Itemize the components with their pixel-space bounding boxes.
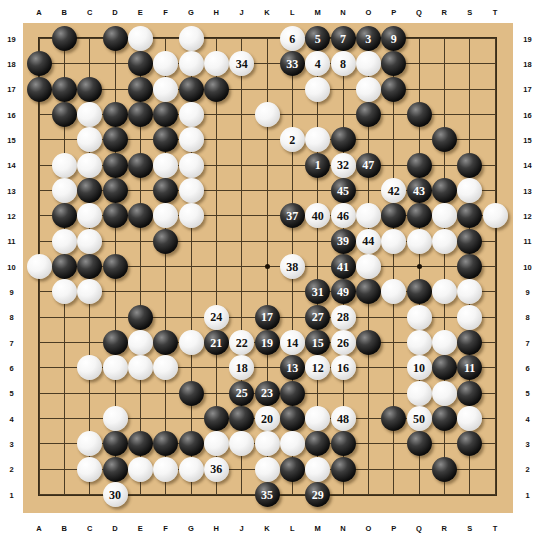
stone-black: 43 [407, 178, 432, 203]
move-number: 48 [331, 406, 356, 431]
column-label-bottom: O [365, 524, 371, 533]
move-number: 31 [305, 279, 330, 304]
stone-white: 32 [331, 153, 356, 178]
move-number: 10 [407, 355, 432, 380]
move-number: 33 [280, 51, 305, 76]
stone-black [179, 77, 204, 102]
column-label-top: S [467, 7, 472, 16]
stone-black [179, 381, 204, 406]
stone-white [305, 457, 330, 482]
stone-white [407, 330, 432, 355]
stone-black [407, 153, 432, 178]
stone-black: 33 [280, 51, 305, 76]
row-label-left: 11 [8, 237, 16, 246]
stone-white [483, 203, 508, 228]
column-label-top: H [214, 7, 219, 16]
column-label-top: D [112, 7, 117, 16]
column-label-bottom: T [493, 524, 498, 533]
stone-white [255, 431, 280, 456]
column-label-bottom: D [112, 524, 117, 533]
column-label-top: C [87, 7, 92, 16]
row-label-right: 7 [525, 338, 529, 347]
move-number: 44 [356, 229, 381, 254]
row-label-left: 9 [9, 287, 13, 296]
column-label-top: T [493, 7, 498, 16]
move-number: 37 [280, 203, 305, 228]
row-label-left: 18 [7, 59, 15, 68]
stone-black: 7 [331, 26, 356, 51]
move-number: 13 [280, 355, 305, 380]
column-label-top: G [188, 7, 194, 16]
stone-black [103, 457, 128, 482]
stone-black: 11 [457, 355, 482, 380]
move-number: 45 [331, 178, 356, 203]
row-label-right: 18 [523, 59, 531, 68]
move-number: 18 [229, 355, 254, 380]
stone-black [407, 279, 432, 304]
stone-black [457, 153, 482, 178]
stone-black [27, 51, 52, 76]
column-label-top: J [240, 7, 244, 16]
move-number: 25 [229, 381, 254, 406]
column-label-bottom: K [264, 524, 269, 533]
stone-white [77, 457, 102, 482]
stone-black [204, 77, 229, 102]
row-label-right: 15 [523, 135, 531, 144]
column-label-top: Q [416, 7, 422, 16]
stone-white [153, 457, 178, 482]
stone-white: 46 [331, 203, 356, 228]
column-label-bottom: R [442, 524, 447, 533]
stone-black [128, 77, 153, 102]
move-number: 34 [229, 51, 254, 76]
stone-black: 5 [305, 26, 330, 51]
move-number: 1 [305, 153, 330, 178]
stone-white: 50 [407, 406, 432, 431]
column-label-bottom: B [62, 524, 67, 533]
star-point [265, 264, 270, 269]
move-number: 6 [280, 26, 305, 51]
move-number: 14 [280, 330, 305, 355]
stone-black [103, 203, 128, 228]
stone-white: 40 [305, 203, 330, 228]
stone-white: 24 [204, 305, 229, 330]
stone-black [280, 406, 305, 431]
stone-white [407, 381, 432, 406]
stone-black [103, 102, 128, 127]
stone-black: 49 [331, 279, 356, 304]
row-label-right: 10 [523, 262, 531, 271]
move-number: 26 [331, 330, 356, 355]
column-label-top: P [391, 7, 396, 16]
move-number: 21 [204, 330, 229, 355]
move-number: 30 [103, 482, 128, 507]
stone-black [280, 381, 305, 406]
row-label-right: 8 [525, 313, 529, 322]
stone-black: 41 [331, 254, 356, 279]
stone-white: 20 [255, 406, 280, 431]
move-number: 16 [331, 355, 356, 380]
stone-white: 10 [407, 355, 432, 380]
row-label-right: 17 [523, 85, 531, 94]
stone-black: 21 [204, 330, 229, 355]
row-label-left: 5 [9, 389, 13, 398]
stone-black [128, 305, 153, 330]
stone-white [255, 457, 280, 482]
stone-white [153, 77, 178, 102]
stone-black [52, 254, 77, 279]
stone-black [432, 127, 457, 152]
stone-white [407, 229, 432, 254]
stone-white [457, 178, 482, 203]
stone-black: 15 [305, 330, 330, 355]
column-label-top: L [290, 7, 295, 16]
stone-white [103, 406, 128, 431]
stone-white [356, 254, 381, 279]
stone-black [381, 77, 406, 102]
column-label-top: E [138, 7, 143, 16]
stone-black [128, 102, 153, 127]
stone-black [103, 254, 128, 279]
row-label-left: 4 [9, 414, 13, 423]
stone-black [77, 254, 102, 279]
stone-black [153, 330, 178, 355]
move-number: 17 [255, 305, 280, 330]
stone-black [331, 127, 356, 152]
stone-white [432, 229, 457, 254]
move-number: 46 [331, 203, 356, 228]
stone-black [77, 178, 102, 203]
stone-white [179, 26, 204, 51]
stone-black [356, 279, 381, 304]
stone-black [27, 77, 52, 102]
move-number: 4 [305, 51, 330, 76]
row-label-right: 6 [525, 363, 529, 372]
move-number: 8 [331, 51, 356, 76]
stone-white [179, 51, 204, 76]
row-label-right: 14 [523, 161, 531, 170]
stone-white: 26 [331, 330, 356, 355]
row-label-left: 7 [9, 338, 13, 347]
stone-black: 45 [331, 178, 356, 203]
stone-white: 8 [331, 51, 356, 76]
move-number: 12 [305, 355, 330, 380]
stone-white [153, 153, 178, 178]
stone-white [52, 178, 77, 203]
stone-black [407, 431, 432, 456]
column-label-bottom: F [163, 524, 168, 533]
stone-white [77, 102, 102, 127]
stone-white: 36 [204, 457, 229, 482]
stone-white: 30 [103, 482, 128, 507]
move-number: 50 [407, 406, 432, 431]
go-diagram: AABBCCDDEEFFGGHHJJKKLLMMNNOOPPQQRRSSTT19… [0, 0, 540, 540]
move-number: 9 [381, 26, 406, 51]
stone-black [229, 406, 254, 431]
stone-white: 16 [331, 355, 356, 380]
stone-white [52, 229, 77, 254]
stone-black: 27 [305, 305, 330, 330]
row-label-left: 8 [9, 313, 13, 322]
row-label-right: 5 [525, 389, 529, 398]
move-number: 24 [204, 305, 229, 330]
stone-black [432, 355, 457, 380]
stone-black [432, 406, 457, 431]
column-label-bottom: P [391, 524, 396, 533]
stone-black: 29 [305, 482, 330, 507]
stone-black: 13 [280, 355, 305, 380]
stone-black [103, 127, 128, 152]
stone-white [432, 381, 457, 406]
move-number: 29 [305, 482, 330, 507]
move-number: 40 [305, 203, 330, 228]
move-number: 28 [331, 305, 356, 330]
stone-black [432, 178, 457, 203]
stone-white [179, 203, 204, 228]
row-label-right: 2 [525, 465, 529, 474]
stone-black [457, 229, 482, 254]
star-point [417, 264, 422, 269]
row-label-right: 11 [524, 237, 532, 246]
row-label-left: 16 [7, 110, 15, 119]
row-label-right: 16 [523, 110, 531, 119]
stone-white: 44 [356, 229, 381, 254]
stone-black [128, 203, 153, 228]
row-label-left: 12 [7, 211, 15, 220]
stone-black [356, 330, 381, 355]
row-label-right: 13 [523, 186, 531, 195]
move-number: 43 [407, 178, 432, 203]
move-number: 39 [331, 229, 356, 254]
column-label-bottom: J [240, 524, 244, 533]
stone-white [77, 229, 102, 254]
move-number: 5 [305, 26, 330, 51]
move-number: 38 [280, 254, 305, 279]
move-number: 36 [204, 457, 229, 482]
row-label-left: 1 [9, 490, 13, 499]
row-label-left: 10 [7, 262, 15, 271]
move-number: 49 [331, 279, 356, 304]
row-label-left: 13 [7, 186, 15, 195]
stone-black [356, 102, 381, 127]
stone-black: 17 [255, 305, 280, 330]
stone-black [331, 457, 356, 482]
stone-black: 1 [305, 153, 330, 178]
move-number: 2 [280, 127, 305, 152]
stone-white [52, 153, 77, 178]
stone-white [179, 127, 204, 152]
row-label-right: 4 [525, 414, 529, 423]
stone-black: 47 [356, 153, 381, 178]
stone-white [305, 406, 330, 431]
column-label-top: F [163, 7, 168, 16]
move-number: 11 [457, 355, 482, 380]
column-label-bottom: L [290, 524, 295, 533]
stone-white [179, 330, 204, 355]
move-number: 42 [381, 178, 406, 203]
column-label-bottom: C [87, 524, 92, 533]
stone-white [52, 279, 77, 304]
stone-black: 37 [280, 203, 305, 228]
move-number: 47 [356, 153, 381, 178]
stone-black [103, 178, 128, 203]
stone-black [280, 457, 305, 482]
stone-black: 31 [305, 279, 330, 304]
column-label-bottom: A [36, 524, 41, 533]
stone-white [432, 279, 457, 304]
stone-white: 34 [229, 51, 254, 76]
stone-black [204, 406, 229, 431]
row-label-left: 3 [9, 439, 13, 448]
stone-white: 48 [331, 406, 356, 431]
row-label-right: 19 [523, 34, 531, 43]
stone-black [77, 77, 102, 102]
stone-white: 4 [305, 51, 330, 76]
stone-black: 19 [255, 330, 280, 355]
stone-white [432, 203, 457, 228]
stone-white [179, 153, 204, 178]
stone-black [52, 77, 77, 102]
stone-white [128, 355, 153, 380]
stone-black [407, 102, 432, 127]
move-number: 22 [229, 330, 254, 355]
move-number: 41 [331, 254, 356, 279]
column-label-top: N [340, 7, 345, 16]
stone-black: 9 [381, 26, 406, 51]
column-label-top: R [442, 7, 447, 16]
move-number: 23 [255, 381, 280, 406]
stone-white: 38 [280, 254, 305, 279]
stone-black: 39 [331, 229, 356, 254]
column-label-bottom: E [138, 524, 143, 533]
stone-black [153, 178, 178, 203]
row-label-right: 1 [525, 490, 529, 499]
stone-white: 22 [229, 330, 254, 355]
column-label-top: A [36, 7, 41, 16]
stone-white: 12 [305, 355, 330, 380]
stone-black [103, 153, 128, 178]
stone-black [432, 457, 457, 482]
stone-black [331, 431, 356, 456]
stone-black [381, 406, 406, 431]
stone-white [204, 51, 229, 76]
column-label-top: M [315, 7, 321, 16]
row-label-right: 3 [525, 439, 529, 448]
stone-white [356, 51, 381, 76]
stone-black: 25 [229, 381, 254, 406]
move-number: 19 [255, 330, 280, 355]
stone-black [457, 254, 482, 279]
move-number: 20 [255, 406, 280, 431]
row-label-left: 17 [7, 85, 15, 94]
stone-black [103, 330, 128, 355]
stone-white: 42 [381, 178, 406, 203]
stone-black [179, 431, 204, 456]
stone-black [128, 153, 153, 178]
stone-white: 6 [280, 26, 305, 51]
stone-white: 18 [229, 355, 254, 380]
stone-black [52, 102, 77, 127]
stone-white [103, 355, 128, 380]
stone-white [356, 203, 381, 228]
stone-black [103, 431, 128, 456]
stone-black [457, 330, 482, 355]
column-label-bottom: N [340, 524, 345, 533]
stone-black [103, 26, 128, 51]
stone-black: 35 [255, 482, 280, 507]
move-number: 35 [255, 482, 280, 507]
stone-white [128, 457, 153, 482]
stone-black [52, 203, 77, 228]
stone-white [305, 77, 330, 102]
stone-white [179, 178, 204, 203]
stone-white: 14 [280, 330, 305, 355]
stone-white [356, 77, 381, 102]
stone-black [128, 51, 153, 76]
row-label-right: 12 [523, 211, 531, 220]
stone-white [407, 305, 432, 330]
move-number: 15 [305, 330, 330, 355]
row-label-left: 14 [7, 161, 15, 170]
stone-white: 2 [280, 127, 305, 152]
stone-white [204, 431, 229, 456]
stone-white [255, 102, 280, 127]
stone-white [128, 26, 153, 51]
column-label-top: K [264, 7, 269, 16]
column-label-top: B [62, 7, 67, 16]
stone-black [153, 229, 178, 254]
column-label-bottom: M [315, 524, 321, 533]
stone-black [457, 381, 482, 406]
move-number: 27 [305, 305, 330, 330]
stone-white [280, 431, 305, 456]
column-label-bottom: S [467, 524, 472, 533]
row-label-left: 15 [7, 135, 15, 144]
stone-black [407, 203, 432, 228]
move-number: 3 [356, 26, 381, 51]
move-number: 32 [331, 153, 356, 178]
stone-white: 28 [331, 305, 356, 330]
column-label-bottom: H [214, 524, 219, 533]
stone-white [27, 254, 52, 279]
stone-white [77, 153, 102, 178]
stone-white [457, 406, 482, 431]
stone-white [179, 102, 204, 127]
stone-white [179, 457, 204, 482]
stone-black [153, 102, 178, 127]
row-label-right: 9 [525, 287, 529, 296]
column-label-bottom: G [188, 524, 194, 533]
row-label-left: 2 [9, 465, 13, 474]
row-label-left: 6 [9, 363, 13, 372]
stone-white [128, 330, 153, 355]
stone-black: 3 [356, 26, 381, 51]
column-label-bottom: Q [416, 524, 422, 533]
move-number: 7 [331, 26, 356, 51]
stone-black [128, 431, 153, 456]
stone-white [432, 330, 457, 355]
column-label-top: O [365, 7, 371, 16]
stone-white [457, 305, 482, 330]
stone-black [52, 26, 77, 51]
stone-black: 23 [255, 381, 280, 406]
row-label-left: 19 [7, 34, 15, 43]
stone-white [381, 229, 406, 254]
